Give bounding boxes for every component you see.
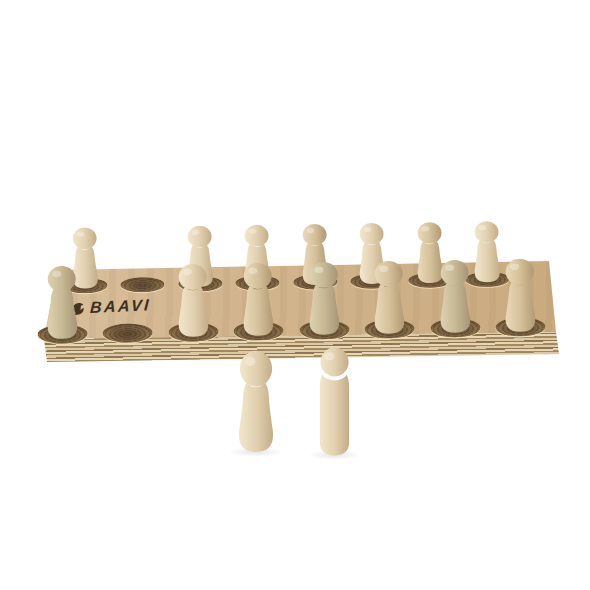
peg-front-1[interactable] <box>41 265 82 340</box>
peg-front-7[interactable] <box>434 259 475 334</box>
hole-front-2-empty[interactable] <box>103 323 153 343</box>
peg-front-6[interactable] <box>369 260 410 335</box>
slot-front-6 <box>356 248 423 339</box>
peg-board-photo: BAAVI <box>0 0 590 590</box>
peg-front-5[interactable] <box>303 261 344 336</box>
loose-peg-1[interactable] <box>233 350 279 453</box>
peg-front-3[interactable] <box>172 263 213 338</box>
loose-peg-2[interactable] <box>312 347 357 456</box>
peg-front-4[interactable] <box>238 262 279 337</box>
slot-front-3 <box>159 251 226 342</box>
front-row-grid <box>28 246 553 344</box>
peg-front-8[interactable] <box>500 258 541 333</box>
slot-front-8 <box>487 246 554 337</box>
loose-peg-1-wrap <box>233 350 279 453</box>
slot-front-7 <box>421 247 488 338</box>
slot-front-2 <box>94 252 161 343</box>
slot-front-4 <box>225 250 292 341</box>
slot-front-5 <box>290 249 357 340</box>
loose-peg-2-wrap <box>312 347 357 456</box>
slot-front-1 <box>28 253 95 344</box>
